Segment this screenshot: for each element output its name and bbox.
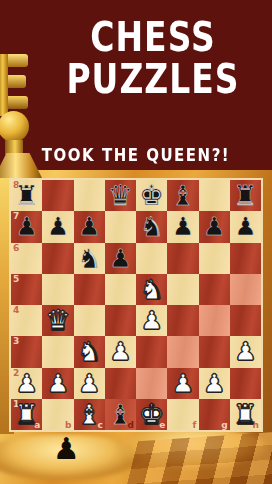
square-c6[interactable]: ♞ xyxy=(74,243,105,274)
square-c5[interactable] xyxy=(74,274,105,305)
square-e6[interactable] xyxy=(136,243,167,274)
square-e1[interactable]: e♚ xyxy=(136,399,167,430)
title-line-2: PUZZLES xyxy=(38,53,268,106)
square-a5[interactable]: 5 xyxy=(11,274,42,305)
square-f8[interactable]: ♝ xyxy=(167,180,198,211)
black-pawn-b7[interactable]: ♟ xyxy=(47,211,69,242)
square-c1[interactable]: c♝ xyxy=(74,399,105,430)
puzzle-subtitle: TOOK THE QUEEN?! xyxy=(0,145,272,166)
black-pawn-f7[interactable]: ♟ xyxy=(172,211,194,242)
square-a8[interactable]: 8♜ xyxy=(11,180,42,211)
square-c2[interactable]: ♟ xyxy=(74,368,105,399)
square-h4[interactable] xyxy=(230,305,261,336)
square-h5[interactable] xyxy=(230,274,261,305)
file-label-g: g xyxy=(221,420,227,430)
white-knight-c3[interactable]: ♞ xyxy=(77,336,101,367)
square-a6[interactable]: 6 xyxy=(11,243,42,274)
square-e3[interactable] xyxy=(136,336,167,367)
black-bishop-f8[interactable]: ♝ xyxy=(171,180,195,211)
square-f2[interactable]: ♟ xyxy=(167,368,198,399)
square-d8[interactable]: ♛ xyxy=(105,180,136,211)
black-knight-c6[interactable]: ♞ xyxy=(77,243,101,274)
white-bishop-c1[interactable]: ♝ xyxy=(77,399,101,430)
page-title: CHESS PUZZLES xyxy=(38,16,268,100)
white-knight-e5[interactable]: ♞ xyxy=(140,274,164,305)
square-h3[interactable]: ♟ xyxy=(230,336,261,367)
square-b2[interactable]: ♟ xyxy=(42,368,73,399)
blurred-chessboard-surface xyxy=(123,432,272,484)
black-pawn-c7[interactable]: ♟ xyxy=(78,211,100,242)
white-queen-b4[interactable]: ♛ xyxy=(45,305,70,336)
white-king-e1[interactable]: ♚ xyxy=(139,399,164,430)
square-d4[interactable] xyxy=(105,305,136,336)
square-a3[interactable]: 3 xyxy=(11,336,42,367)
square-c8[interactable] xyxy=(74,180,105,211)
white-pawn-g2[interactable]: ♟ xyxy=(203,368,225,399)
chess-board: 8♜♛♚♝♜7♟♟♟♞♟♟♟6♞♟5♞4♛♟3♞♟♟2♟♟♟♟♟1a♜bc♝d♝… xyxy=(9,178,263,432)
square-h1[interactable]: h♜ xyxy=(230,399,261,430)
black-king-e8[interactable]: ♚ xyxy=(139,180,164,211)
square-b1[interactable]: b xyxy=(42,399,73,430)
black-pawn-g7[interactable]: ♟ xyxy=(203,211,225,242)
square-a7[interactable]: 7♟ xyxy=(11,211,42,242)
rank-label-3: 3 xyxy=(13,336,19,347)
square-f3[interactable] xyxy=(167,336,198,367)
black-knight-e7[interactable]: ♞ xyxy=(140,211,164,242)
square-g4[interactable] xyxy=(199,305,230,336)
square-c7[interactable]: ♟ xyxy=(74,211,105,242)
square-c4[interactable] xyxy=(74,305,105,336)
square-g7[interactable]: ♟ xyxy=(199,211,230,242)
rank-label-5: 5 xyxy=(13,274,19,285)
square-d5[interactable] xyxy=(105,274,136,305)
black-rook-h8[interactable]: ♜ xyxy=(233,180,257,211)
square-e8[interactable]: ♚ xyxy=(136,180,167,211)
white-pawn-h3[interactable]: ♟ xyxy=(234,336,256,367)
white-pawn-c2[interactable]: ♟ xyxy=(78,368,100,399)
square-f4[interactable] xyxy=(167,305,198,336)
rank-label-4: 4 xyxy=(13,305,19,316)
square-d7[interactable] xyxy=(105,211,136,242)
black-pawn-silhouette: ♟ xyxy=(53,434,80,464)
black-pawn-a7[interactable]: ♟ xyxy=(15,211,37,242)
square-a2[interactable]: 2♟ xyxy=(11,368,42,399)
square-f7[interactable]: ♟ xyxy=(167,211,198,242)
square-b7[interactable]: ♟ xyxy=(42,211,73,242)
square-g3[interactable] xyxy=(199,336,230,367)
square-e5[interactable]: ♞ xyxy=(136,274,167,305)
square-d1[interactable]: d♝ xyxy=(105,399,136,430)
black-queen-d8[interactable]: ♛ xyxy=(108,180,133,211)
square-b3[interactable] xyxy=(42,336,73,367)
rank-label-6: 6 xyxy=(13,243,19,254)
square-g1[interactable]: g xyxy=(199,399,230,430)
square-h6[interactable] xyxy=(230,243,261,274)
square-d2[interactable] xyxy=(105,368,136,399)
square-e4[interactable]: ♟ xyxy=(136,305,167,336)
square-h2[interactable] xyxy=(230,368,261,399)
square-a4[interactable]: 4 xyxy=(11,305,42,336)
black-bishop-d1[interactable]: ♝ xyxy=(108,399,132,430)
square-b6[interactable] xyxy=(42,243,73,274)
white-rook-h1[interactable]: ♜ xyxy=(233,399,257,430)
file-label-b: b xyxy=(65,420,71,430)
square-d3[interactable]: ♟ xyxy=(105,336,136,367)
square-a1[interactable]: 1a♜ xyxy=(11,399,42,430)
square-b4[interactable]: ♛ xyxy=(42,305,73,336)
gold-piece-ball xyxy=(0,111,29,142)
square-e2[interactable] xyxy=(136,368,167,399)
white-pawn-e4[interactable]: ♟ xyxy=(140,305,162,336)
black-pawn-h7[interactable]: ♟ xyxy=(234,211,256,242)
square-g2[interactable]: ♟ xyxy=(199,368,230,399)
square-b8[interactable] xyxy=(42,180,73,211)
file-label-f: f xyxy=(193,420,197,430)
gold-piece-spine xyxy=(0,54,8,116)
square-e7[interactable]: ♞ xyxy=(136,211,167,242)
square-g5[interactable] xyxy=(199,274,230,305)
white-pawn-f2[interactable]: ♟ xyxy=(172,368,194,399)
black-pawn-d6[interactable]: ♟ xyxy=(109,243,131,274)
white-pawn-b2[interactable]: ♟ xyxy=(47,368,69,399)
black-rook-a8[interactable]: ♜ xyxy=(15,180,39,211)
square-g8[interactable] xyxy=(199,180,230,211)
square-g6[interactable] xyxy=(199,243,230,274)
square-f6[interactable] xyxy=(167,243,198,274)
square-h8[interactable]: ♜ xyxy=(230,180,261,211)
square-d6[interactable]: ♟ xyxy=(105,243,136,274)
square-b5[interactable] xyxy=(42,274,73,305)
square-c3[interactable]: ♞ xyxy=(74,336,105,367)
white-pawn-d3[interactable]: ♟ xyxy=(109,336,131,367)
white-pawn-a2[interactable]: ♟ xyxy=(15,368,37,399)
white-rook-a1[interactable]: ♜ xyxy=(15,399,39,430)
square-f5[interactable] xyxy=(167,274,198,305)
photo-background-bottom: ♟ xyxy=(0,432,272,484)
square-h7[interactable]: ♟ xyxy=(230,211,261,242)
square-f1[interactable]: f xyxy=(167,399,198,430)
